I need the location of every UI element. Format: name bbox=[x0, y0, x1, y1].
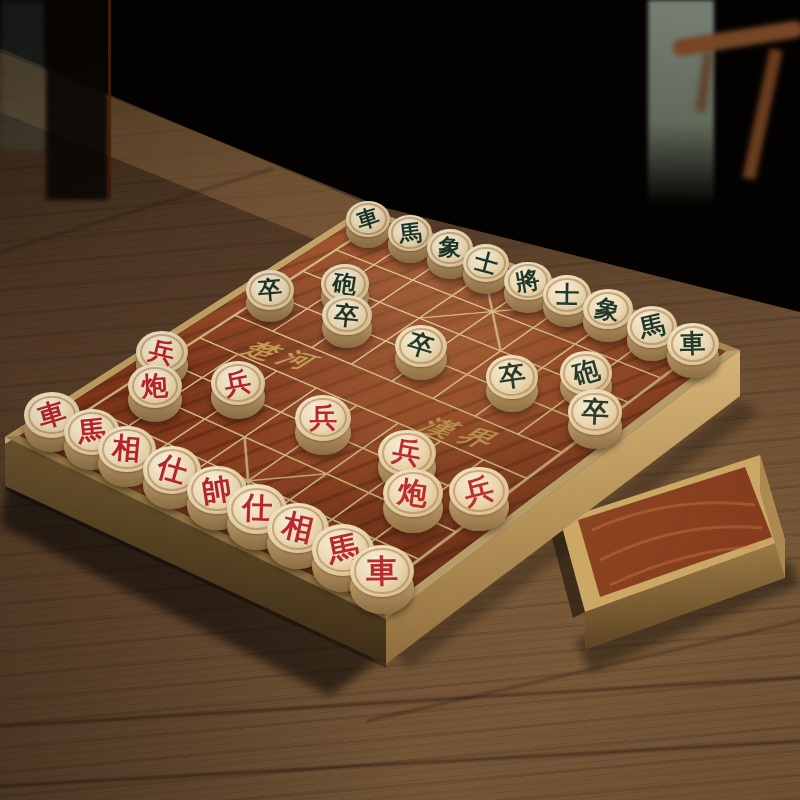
piece-character: 卒 bbox=[320, 292, 373, 337]
piece-face: 卒 bbox=[486, 355, 539, 398]
piece-character: 卒 bbox=[244, 268, 295, 311]
piece-character: 炮 bbox=[380, 465, 446, 522]
piece-face: 卒 bbox=[568, 389, 623, 434]
piece-face: 炮 bbox=[383, 469, 443, 518]
piece-character: 車 bbox=[667, 322, 720, 366]
piece-face: 炮 bbox=[128, 364, 181, 408]
piece-character: 卒 bbox=[566, 388, 623, 436]
piece-face: 車 bbox=[350, 545, 414, 597]
piece-face: 車 bbox=[346, 201, 390, 237]
piece-character: 卒 bbox=[483, 352, 541, 402]
piece-black-車[interactable]: 車 bbox=[346, 201, 390, 249]
piece-face: 卒 bbox=[246, 270, 294, 309]
piece-face: 兵 bbox=[295, 395, 350, 440]
piece-red-炮[interactable]: 炮 bbox=[383, 469, 443, 533]
piece-face: 兵 bbox=[449, 467, 508, 516]
piece-black-卒[interactable]: 卒 bbox=[322, 295, 371, 348]
piece-black-卒[interactable]: 卒 bbox=[568, 389, 623, 448]
piece-face: 兵 bbox=[211, 361, 264, 405]
piece-red-兵[interactable]: 兵 bbox=[295, 395, 350, 455]
pieces-layer: 車馬象士將士象馬車砲砲卒卒卒卒卒兵兵兵兵兵炮炮車馬相仕帥仕相馬車 bbox=[0, 0, 800, 800]
piece-character: 車 bbox=[350, 544, 415, 598]
piece-face: 車 bbox=[667, 323, 718, 365]
piece-red-兵[interactable]: 兵 bbox=[211, 361, 264, 419]
piece-black-卒[interactable]: 卒 bbox=[246, 270, 294, 322]
piece-red-兵[interactable]: 兵 bbox=[449, 467, 508, 531]
piece-black-卒[interactable]: 卒 bbox=[395, 325, 446, 380]
piece-red-車[interactable]: 車 bbox=[350, 545, 414, 614]
piece-black-卒[interactable]: 卒 bbox=[486, 355, 539, 412]
piece-face: 馬 bbox=[388, 215, 433, 252]
scene: 楚河 漢界 車馬象士將士象馬車砲砲卒卒卒卒卒兵兵兵兵兵炮炮車馬相仕帥仕相馬車 bbox=[0, 0, 800, 800]
piece-red-炮[interactable]: 炮 bbox=[128, 364, 181, 422]
piece-face: 卒 bbox=[395, 325, 446, 367]
piece-black-車[interactable]: 車 bbox=[667, 323, 718, 378]
piece-face: 卒 bbox=[322, 295, 371, 336]
piece-character: 兵 bbox=[295, 395, 350, 440]
piece-character: 炮 bbox=[127, 363, 183, 410]
